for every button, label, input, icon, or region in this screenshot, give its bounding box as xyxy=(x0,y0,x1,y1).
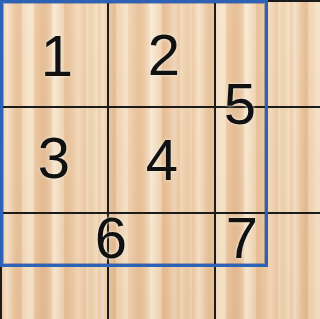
piece-label-3: 3 xyxy=(38,129,70,187)
piece-label-6: 6 xyxy=(95,209,127,267)
piece-label-4: 4 xyxy=(146,131,178,189)
piece-label-5: 5 xyxy=(224,75,256,133)
labels-layer: 1234567 xyxy=(0,0,320,319)
piece-label-2: 2 xyxy=(148,26,180,84)
piece-label-1: 1 xyxy=(41,27,73,85)
puzzle-board: 1234567 xyxy=(0,0,320,319)
piece-label-7: 7 xyxy=(226,209,258,267)
